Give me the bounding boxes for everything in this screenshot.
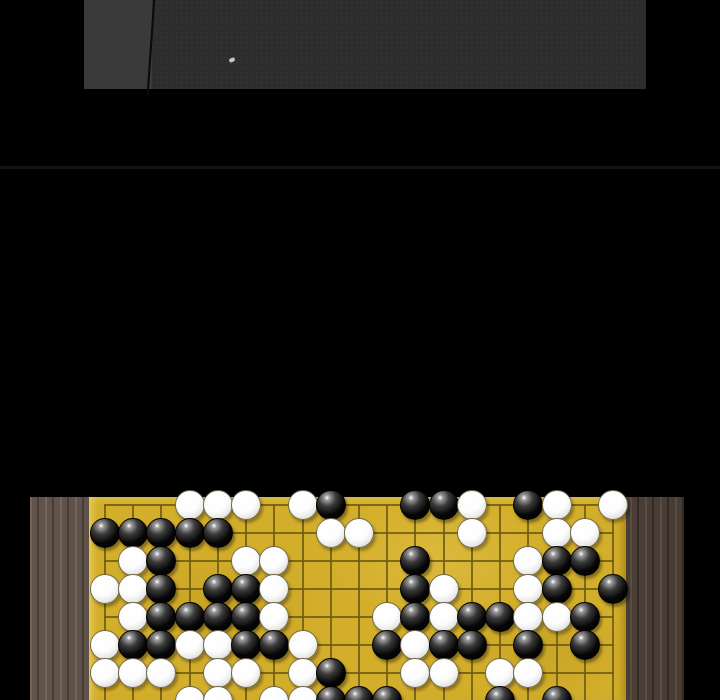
black-stone [231,602,261,632]
black-stone [316,686,346,700]
black-stone [203,602,233,632]
white-stone [203,630,233,660]
black-stone [513,630,543,660]
white-stone [288,686,318,700]
white-stone [316,518,346,548]
black-stone [259,630,289,660]
white-stone [118,602,148,632]
white-stone [288,490,318,520]
white-stone [598,490,628,520]
panel-separator-line [0,166,720,169]
comic-page [0,0,720,700]
black-stone [146,518,176,548]
white-stone [231,658,261,688]
black-stone [203,574,233,604]
white-stone [203,686,233,700]
black-stone [231,574,261,604]
black-stone [146,546,176,576]
black-stone [372,630,402,660]
white-stone [542,602,572,632]
white-stone [429,658,459,688]
white-stone [513,574,543,604]
white-stone [259,686,289,700]
black-stone [485,602,515,632]
white-stone [344,518,374,548]
black-stone [175,602,205,632]
white-stone [146,658,176,688]
white-stone [231,490,261,520]
white-stone [542,490,572,520]
black-stone [146,602,176,632]
white-stone [513,546,543,576]
black-stone [175,518,205,548]
black-stone [118,518,148,548]
white-stone [400,658,430,688]
black-stone [90,518,120,548]
white-stone [542,518,572,548]
white-stone [90,658,120,688]
white-stone [429,602,459,632]
black-stone [400,602,430,632]
white-stone [513,658,543,688]
go-board [89,497,626,700]
black-stone [542,686,572,700]
black-stone [372,686,402,700]
white-stone [485,658,515,688]
black-stone [203,518,233,548]
black-stone [316,490,346,520]
panel-highlight-speck [228,57,235,63]
black-stone [570,602,600,632]
black-stone [146,630,176,660]
white-stone [259,546,289,576]
white-stone [513,602,543,632]
black-stone [513,490,543,520]
black-stone [457,602,487,632]
white-stone [175,490,205,520]
white-stone [259,602,289,632]
white-stone [259,574,289,604]
white-stone [457,518,487,548]
black-stone [429,630,459,660]
white-stone [400,630,430,660]
white-stone [175,630,205,660]
black-stone [542,574,572,604]
white-stone [90,574,120,604]
black-stone [400,574,430,604]
black-stone [118,630,148,660]
white-stone [231,546,261,576]
black-stone [231,630,261,660]
white-stone [372,602,402,632]
white-stone [429,574,459,604]
white-stone [203,658,233,688]
black-stone [400,490,430,520]
white-stone [288,658,318,688]
black-stone [316,658,346,688]
white-stone [175,686,205,700]
black-stone [457,630,487,660]
white-stone [570,518,600,548]
black-stone [485,686,515,700]
white-stone [118,574,148,604]
white-stone [118,658,148,688]
top-comic-panel [84,0,646,89]
white-stone [288,630,318,660]
black-stone [570,630,600,660]
white-stone [118,546,148,576]
black-stone [542,546,572,576]
black-stone [429,490,459,520]
black-stone [344,686,374,700]
white-stone [457,490,487,520]
black-stone [570,546,600,576]
white-stone [203,490,233,520]
black-stone [146,574,176,604]
black-stone [400,546,430,576]
white-stone [90,630,120,660]
panel-left-shading [84,0,152,89]
black-stone [598,574,628,604]
